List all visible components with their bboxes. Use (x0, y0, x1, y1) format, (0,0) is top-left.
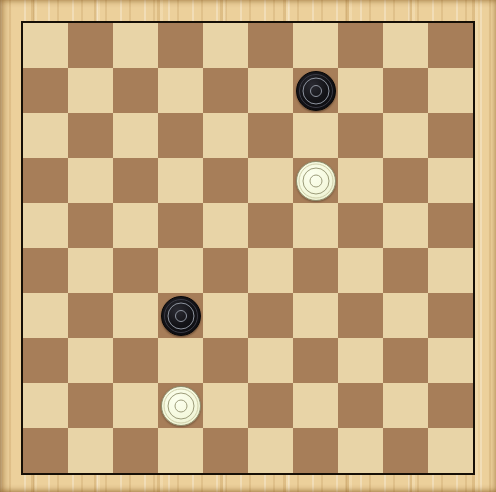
white-man[interactable] (161, 386, 201, 426)
board-square[interactable] (113, 248, 158, 293)
board-square[interactable] (158, 338, 203, 383)
board-square[interactable] (68, 68, 113, 113)
board-square[interactable] (203, 293, 248, 338)
board-square[interactable] (158, 428, 203, 473)
board-square[interactable] (428, 338, 473, 383)
board-square[interactable] (383, 338, 428, 383)
board-square[interactable] (428, 383, 473, 428)
board-square[interactable] (23, 23, 68, 68)
board-square[interactable] (383, 203, 428, 248)
board-square[interactable] (113, 428, 158, 473)
board-square[interactable] (293, 383, 338, 428)
board-square[interactable] (248, 428, 293, 473)
board-square[interactable] (113, 113, 158, 158)
board-square[interactable] (68, 338, 113, 383)
board-square[interactable] (68, 248, 113, 293)
black-man[interactable] (161, 296, 201, 336)
piece-dot-decoration (309, 174, 322, 187)
board-square[interactable] (203, 23, 248, 68)
board-square[interactable] (383, 428, 428, 473)
black-man[interactable] (296, 71, 336, 111)
board-square[interactable] (158, 68, 203, 113)
board-square[interactable] (68, 113, 113, 158)
board-square[interactable] (158, 158, 203, 203)
board-square[interactable] (68, 158, 113, 203)
board-square[interactable] (203, 158, 248, 203)
board-square[interactable] (248, 113, 293, 158)
board-square[interactable] (338, 383, 383, 428)
board-square[interactable] (113, 383, 158, 428)
white-man[interactable] (296, 161, 336, 201)
board-square[interactable] (338, 293, 383, 338)
board-square[interactable] (23, 293, 68, 338)
board-square[interactable] (428, 203, 473, 248)
board-square[interactable] (248, 293, 293, 338)
board-square[interactable] (383, 113, 428, 158)
board-square[interactable] (248, 248, 293, 293)
board-square[interactable] (248, 158, 293, 203)
board-square[interactable] (113, 203, 158, 248)
piece-dot-decoration (174, 399, 187, 412)
board-square[interactable] (203, 113, 248, 158)
board-square[interactable] (338, 23, 383, 68)
board-square[interactable] (23, 158, 68, 203)
board-square[interactable] (338, 338, 383, 383)
board-square[interactable] (68, 383, 113, 428)
board-square[interactable] (158, 248, 203, 293)
board-square[interactable] (23, 68, 68, 113)
board-square[interactable] (383, 248, 428, 293)
board-square[interactable] (158, 113, 203, 158)
board-square[interactable] (338, 248, 383, 293)
board-square[interactable] (428, 23, 473, 68)
board-square[interactable] (293, 158, 338, 203)
board-square[interactable] (203, 428, 248, 473)
board-square[interactable] (248, 203, 293, 248)
board-square[interactable] (428, 248, 473, 293)
board-square[interactable] (68, 23, 113, 68)
board-square[interactable] (383, 23, 428, 68)
board-square[interactable] (158, 23, 203, 68)
board-square[interactable] (383, 293, 428, 338)
board-square[interactable] (23, 248, 68, 293)
board-square[interactable] (293, 293, 338, 338)
board-square[interactable] (23, 383, 68, 428)
piece-dot-decoration (310, 85, 322, 97)
board-square[interactable] (113, 23, 158, 68)
board-square[interactable] (203, 203, 248, 248)
board-square[interactable] (158, 383, 203, 428)
board-square[interactable] (113, 158, 158, 203)
board-square[interactable] (248, 68, 293, 113)
board-square[interactable] (293, 203, 338, 248)
board-square[interactable] (248, 23, 293, 68)
board-square[interactable] (293, 428, 338, 473)
board-square[interactable] (338, 203, 383, 248)
board-square[interactable] (23, 203, 68, 248)
board-square[interactable] (23, 338, 68, 383)
draughts-board (21, 21, 475, 475)
board-square[interactable] (383, 68, 428, 113)
board-square[interactable] (383, 383, 428, 428)
board-square[interactable] (338, 158, 383, 203)
board-square[interactable] (68, 293, 113, 338)
board-square[interactable] (428, 158, 473, 203)
board-square[interactable] (113, 293, 158, 338)
piece-dot-decoration (175, 310, 187, 322)
board-square[interactable] (428, 293, 473, 338)
board-square[interactable] (293, 113, 338, 158)
board-square[interactable] (338, 428, 383, 473)
board-square[interactable] (68, 203, 113, 248)
board-square[interactable] (203, 338, 248, 383)
board-square[interactable] (113, 338, 158, 383)
board-square[interactable] (293, 248, 338, 293)
board-square[interactable] (293, 338, 338, 383)
board-square[interactable] (383, 158, 428, 203)
board-square[interactable] (248, 383, 293, 428)
board-square[interactable] (158, 293, 203, 338)
board-square[interactable] (428, 113, 473, 158)
board-square[interactable] (158, 203, 203, 248)
board-square[interactable] (203, 383, 248, 428)
board-square[interactable] (293, 68, 338, 113)
board-square[interactable] (113, 68, 158, 113)
board-square[interactable] (203, 248, 248, 293)
board-square[interactable] (338, 68, 383, 113)
board-square[interactable] (203, 68, 248, 113)
board-square[interactable] (428, 428, 473, 473)
board-square[interactable] (428, 68, 473, 113)
board-square[interactable] (23, 428, 68, 473)
board-square[interactable] (293, 23, 338, 68)
board-square[interactable] (23, 113, 68, 158)
board-square[interactable] (248, 338, 293, 383)
board-square[interactable] (338, 113, 383, 158)
board-square[interactable] (68, 428, 113, 473)
